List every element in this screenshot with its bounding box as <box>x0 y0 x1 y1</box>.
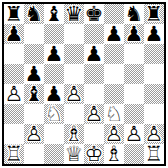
square-f5[interactable] <box>104 64 124 84</box>
chess-board: ♜♞♝♛♚♞♜♟♟♟♟♟♟♟♙♝♟♙♘♙♘♙♗♙♙♙♖♕♔♗♖ <box>4 4 164 164</box>
square-h3[interactable] <box>144 104 164 124</box>
square-d2[interactable]: ♗ <box>64 124 84 144</box>
square-d4[interactable]: ♙ <box>64 84 84 104</box>
square-b2[interactable]: ♙ <box>24 124 44 144</box>
square-f1[interactable]: ♗ <box>104 144 124 164</box>
piece-white-bishop: ♗ <box>65 124 84 144</box>
square-g8[interactable]: ♞ <box>124 4 144 24</box>
square-d8[interactable]: ♛ <box>64 4 84 24</box>
square-c1[interactable] <box>44 144 64 164</box>
square-g4[interactable] <box>124 84 144 104</box>
square-d3[interactable] <box>64 104 84 124</box>
piece-black-pawn: ♟ <box>125 24 144 44</box>
board-frame: ♜♞♝♛♚♞♜♟♟♟♟♟♟♟♙♝♟♙♘♙♘♙♗♙♙♙♖♕♔♗♖ <box>2 2 166 166</box>
piece-black-pawn: ♟ <box>25 64 44 84</box>
piece-black-pawn: ♟ <box>85 44 104 64</box>
square-f4[interactable] <box>104 84 124 104</box>
square-e6[interactable]: ♟ <box>84 44 104 64</box>
piece-white-rook: ♖ <box>145 144 164 164</box>
square-h2[interactable]: ♙ <box>144 124 164 144</box>
square-f3[interactable]: ♘ <box>104 104 124 124</box>
square-b7[interactable] <box>24 24 44 44</box>
square-b5[interactable]: ♟ <box>24 64 44 84</box>
piece-white-pawn: ♙ <box>125 124 144 144</box>
square-b8[interactable]: ♞ <box>24 4 44 24</box>
square-h6[interactable] <box>144 44 164 64</box>
piece-white-knight: ♘ <box>45 104 64 124</box>
piece-black-pawn: ♟ <box>5 24 24 44</box>
square-d6[interactable] <box>64 44 84 64</box>
piece-black-queen: ♛ <box>65 4 84 24</box>
piece-black-king: ♚ <box>85 4 104 24</box>
square-d1[interactable]: ♕ <box>64 144 84 164</box>
square-e7[interactable] <box>84 24 104 44</box>
square-b3[interactable] <box>24 104 44 124</box>
square-h1[interactable]: ♖ <box>144 144 164 164</box>
piece-black-rook: ♜ <box>5 4 24 24</box>
piece-white-pawn: ♙ <box>145 124 164 144</box>
square-a2[interactable] <box>4 124 24 144</box>
square-c7[interactable] <box>44 24 64 44</box>
piece-white-pawn: ♙ <box>65 84 84 104</box>
piece-white-bishop: ♗ <box>105 144 124 164</box>
square-e5[interactable] <box>84 64 104 84</box>
piece-black-knight: ♞ <box>25 4 44 24</box>
square-b6[interactable] <box>24 44 44 64</box>
piece-white-king: ♔ <box>85 144 104 164</box>
piece-black-pawn: ♟ <box>145 24 164 44</box>
square-g1[interactable] <box>124 144 144 164</box>
piece-white-queen: ♕ <box>65 144 84 164</box>
square-f2[interactable]: ♙ <box>104 124 124 144</box>
chess-diagram: ♜♞♝♛♚♞♜♟♟♟♟♟♟♟♙♝♟♙♘♙♘♙♗♙♙♙♖♕♔♗♖ <box>0 0 168 168</box>
piece-black-knight: ♞ <box>125 4 144 24</box>
piece-black-bishop: ♝ <box>45 4 64 24</box>
square-c6[interactable]: ♟ <box>44 44 64 64</box>
square-h8[interactable]: ♜ <box>144 4 164 24</box>
square-b4[interactable]: ♝ <box>24 84 44 104</box>
piece-white-rook: ♖ <box>5 144 24 164</box>
piece-black-pawn: ♟ <box>45 84 64 104</box>
square-c3[interactable]: ♘ <box>44 104 64 124</box>
square-a3[interactable] <box>4 104 24 124</box>
square-a8[interactable]: ♜ <box>4 4 24 24</box>
square-c4[interactable]: ♟ <box>44 84 64 104</box>
square-f7[interactable]: ♟ <box>104 24 124 44</box>
square-a4[interactable]: ♙ <box>4 84 24 104</box>
piece-white-pawn: ♙ <box>25 124 44 144</box>
square-g6[interactable] <box>124 44 144 64</box>
square-e2[interactable] <box>84 124 104 144</box>
square-h7[interactable]: ♟ <box>144 24 164 44</box>
square-g3[interactable] <box>124 104 144 124</box>
square-c2[interactable] <box>44 124 64 144</box>
piece-black-pawn: ♟ <box>105 24 124 44</box>
square-d5[interactable] <box>64 64 84 84</box>
piece-white-pawn: ♙ <box>105 124 124 144</box>
square-c5[interactable] <box>44 64 64 84</box>
square-a5[interactable] <box>4 64 24 84</box>
square-e8[interactable]: ♚ <box>84 4 104 24</box>
piece-black-bishop: ♝ <box>25 84 44 104</box>
square-e4[interactable] <box>84 84 104 104</box>
square-f8[interactable] <box>104 4 124 24</box>
square-d7[interactable] <box>64 24 84 44</box>
square-c8[interactable]: ♝ <box>44 4 64 24</box>
square-g2[interactable]: ♙ <box>124 124 144 144</box>
square-a6[interactable] <box>4 44 24 64</box>
piece-white-pawn: ♙ <box>5 84 24 104</box>
square-f6[interactable] <box>104 44 124 64</box>
piece-white-knight: ♘ <box>105 104 124 124</box>
piece-black-pawn: ♟ <box>45 44 64 64</box>
square-g7[interactable]: ♟ <box>124 24 144 44</box>
square-g5[interactable] <box>124 64 144 84</box>
square-b1[interactable] <box>24 144 44 164</box>
piece-white-pawn: ♙ <box>85 104 104 124</box>
square-a7[interactable]: ♟ <box>4 24 24 44</box>
square-h5[interactable] <box>144 64 164 84</box>
square-e1[interactable]: ♔ <box>84 144 104 164</box>
square-e3[interactable]: ♙ <box>84 104 104 124</box>
piece-black-rook: ♜ <box>145 4 164 24</box>
square-h4[interactable] <box>144 84 164 104</box>
square-a1[interactable]: ♖ <box>4 144 24 164</box>
